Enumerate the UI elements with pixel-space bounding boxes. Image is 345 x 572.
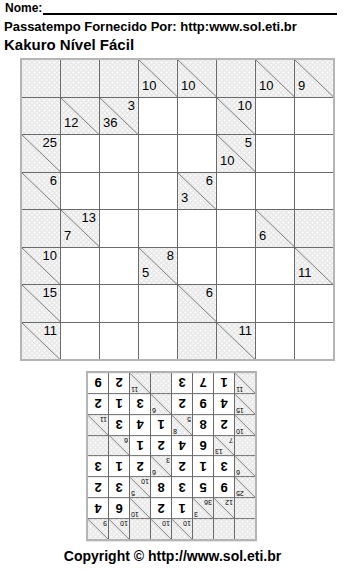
solution-digit: 4 <box>88 498 108 518</box>
clue-cell-r6c8: 11 <box>295 248 333 285</box>
provider-line: Passatempo Fornecido Por: http:www.sol.e… <box>4 19 297 34</box>
down-clue: 10 <box>142 79 156 92</box>
block-cell-r1c1 <box>22 60 60 97</box>
across-clue: 25 <box>236 490 244 497</box>
solution-digit: 7 <box>193 373 213 393</box>
across-clue: 10 <box>131 511 139 518</box>
down-clue: 10 <box>259 79 273 92</box>
across-clue: 11 <box>236 386 243 393</box>
across-clue: 5 <box>245 136 252 149</box>
entry-cell-r3c5[interactable] <box>178 135 216 172</box>
entry-cell-r4c4[interactable] <box>139 173 177 210</box>
across-clue: 6 <box>206 174 213 187</box>
across-clue: 10 <box>43 249 57 262</box>
clue-cell-r2c6: 10 <box>217 98 255 135</box>
entry-cell-r3c7: 3 <box>109 477 129 497</box>
entry-cell-r3c7[interactable] <box>256 135 294 172</box>
clue-cell-r6c1: 10 <box>235 415 255 435</box>
clue-cell-r2c2: 12 <box>214 498 234 518</box>
solution-digit: 1 <box>151 415 171 435</box>
down-clue: 6 <box>259 229 266 242</box>
block-cell-r1c3 <box>193 519 213 539</box>
entry-cell-r7c6[interactable] <box>217 285 255 322</box>
entry-cell-r8c7[interactable] <box>256 323 294 360</box>
across-clue: 6 <box>206 286 213 299</box>
block-cell-r2c1 <box>235 498 255 518</box>
clue-cell-r1c4: 10 <box>172 519 192 539</box>
entry-cell-r7c3[interactable] <box>100 285 138 322</box>
across-clue: 3 <box>194 511 198 518</box>
page-title: Kakuro Nível Fácil <box>4 36 134 53</box>
entry-cell-r3c4: 3 <box>172 477 192 497</box>
across-clue: 8 <box>167 249 174 262</box>
block-cell-r8c5 <box>151 373 171 393</box>
clue-cell-r4c5: 63 <box>178 173 216 210</box>
down-clue: 3 <box>166 458 170 465</box>
clue-cell-r5c2: 137 <box>214 436 234 456</box>
entry-cell-r2c7: 6 <box>109 498 129 518</box>
solution-digit: 2 <box>151 436 171 456</box>
entry-cell-r6c7[interactable] <box>256 248 294 285</box>
entry-cell-r4c2: 3 <box>214 457 234 477</box>
entry-cell-r8c8: 9 <box>88 373 108 393</box>
down-clue: 11 <box>100 416 107 423</box>
entry-cell-r3c2: 9 <box>214 477 234 497</box>
entry-cell-r4c3[interactable] <box>100 173 138 210</box>
clue-cell-r3c6: 510 <box>217 135 255 172</box>
solution-digit: 1 <box>109 394 129 414</box>
solution-digit: 3 <box>109 477 129 497</box>
down-clue: 7 <box>64 229 71 242</box>
down-clue: 9 <box>298 79 305 92</box>
entry-cell-r4c7: 1 <box>109 457 129 477</box>
down-clue: 5 <box>142 266 149 279</box>
down-clue: 6 <box>124 437 128 444</box>
entry-cell-r5c5: 2 <box>151 436 171 456</box>
entry-cell-r2c7[interactable] <box>256 98 294 135</box>
entry-cell-r5c3: 6 <box>193 436 213 456</box>
solution-digit: 6 <box>193 436 213 456</box>
solution-digit: 2 <box>172 457 192 477</box>
solution-digit: 1 <box>193 457 213 477</box>
entry-cell-r6c3[interactable] <box>100 248 138 285</box>
clue-cell-r5c7: 6 <box>256 210 294 247</box>
entry-cell-r7c3: 9 <box>193 394 213 414</box>
solution-digit: 5 <box>193 477 213 497</box>
block-cell-r1c6 <box>217 60 255 97</box>
solution-board: 1010109123361210642595385103263126321313… <box>86 371 257 541</box>
solution-digit: 3 <box>88 457 108 477</box>
entry-cell-r7c2: 4 <box>214 394 234 414</box>
clue-cell-r1c4: 10 <box>139 60 177 97</box>
clue-cell-r8c6: 11 <box>130 373 150 393</box>
down-clue: 10 <box>183 520 191 527</box>
solution-digit: 1 <box>214 373 234 393</box>
entry-cell-r5c6: 1 <box>130 436 150 456</box>
entry-cell-r7c4[interactable] <box>139 285 177 322</box>
across-clue: 15 <box>236 407 244 414</box>
block-cell-r1c3 <box>100 60 138 97</box>
block-cell-r1c2 <box>214 519 234 539</box>
clue-cell-r6c1: 10 <box>22 248 60 285</box>
block-cell-r8c5 <box>178 323 216 360</box>
entry-cell-r8c4: 3 <box>172 373 192 393</box>
solution-digit: 2 <box>214 415 234 435</box>
entry-cell-r2c4: 1 <box>172 498 192 518</box>
entry-cell-r7c8: 2 <box>88 394 108 414</box>
solution-digit: 8 <box>193 415 213 435</box>
across-clue: 6 <box>152 407 156 414</box>
entry-cell-r7c7: 1 <box>109 394 129 414</box>
clue-cell-r2c3: 336 <box>193 498 213 518</box>
solution-digit: 9 <box>214 477 234 497</box>
name-line: Nome: <box>5 2 337 15</box>
clue-cell-r8c1: 11 <box>22 323 60 360</box>
solution-digit: 1 <box>172 498 192 518</box>
solution-digit: 2 <box>130 457 150 477</box>
clue-cell-r2c3: 336 <box>100 98 138 135</box>
clue-cell-r4c5: 63 <box>151 457 171 477</box>
clue-cell-r5c2: 137 <box>61 210 99 247</box>
down-clue: 3 <box>181 191 188 204</box>
entry-cell-r4c6[interactable] <box>217 173 255 210</box>
entry-cell-r2c4[interactable] <box>139 98 177 135</box>
block-cell-r1c2 <box>61 60 99 97</box>
down-clue: 10 <box>141 478 149 485</box>
entry-cell-r6c5[interactable] <box>178 248 216 285</box>
entry-cell-r2c5: 2 <box>151 498 171 518</box>
clue-cell-r8c6: 11 <box>217 323 255 360</box>
entry-cell-r5c6[interactable] <box>217 210 255 247</box>
across-clue: 10 <box>238 99 252 112</box>
clue-cell-r3c1: 25 <box>22 135 60 172</box>
entry-cell-r4c7[interactable] <box>256 173 294 210</box>
down-clue: 10 <box>120 520 128 527</box>
block-cell-r5c8 <box>295 210 333 247</box>
entry-cell-r8c2: 1 <box>214 373 234 393</box>
entry-cell-r3c3[interactable] <box>100 135 138 172</box>
across-clue: 5 <box>131 490 135 497</box>
solution-digit: 3 <box>172 373 192 393</box>
solution-digit: 6 <box>109 498 129 518</box>
entry-cell-r6c5: 1 <box>151 415 171 435</box>
entry-cell-r2c5[interactable] <box>178 98 216 135</box>
clue-cell-r7c1: 15 <box>235 394 255 414</box>
across-clue: 15 <box>43 286 57 299</box>
clue-cell-r1c5: 10 <box>178 60 216 97</box>
clue-cell-r1c8: 9 <box>88 519 108 539</box>
entry-cell-r6c3: 8 <box>193 415 213 435</box>
entry-cell-r3c3: 5 <box>193 477 213 497</box>
clue-cell-r2c2: 12 <box>61 98 99 135</box>
across-clue: 8 <box>173 428 177 435</box>
entry-cell-r7c6: 3 <box>130 394 150 414</box>
entry-cell-r7c7[interactable] <box>256 285 294 322</box>
entry-cell-r2c8[interactable] <box>295 98 333 135</box>
solution-digit: 2 <box>88 394 108 414</box>
solution-digit: 3 <box>214 457 234 477</box>
entry-cell-r6c7: 3 <box>109 415 129 435</box>
across-clue: 6 <box>152 469 156 476</box>
down-clue: 10 <box>181 79 195 92</box>
entry-cell-r4c6: 2 <box>130 457 150 477</box>
block-cell-r5c1 <box>22 210 60 247</box>
down-clue: 10 <box>220 154 234 167</box>
block-cell-r5c1 <box>235 436 255 456</box>
entry-cell-r3c8[interactable] <box>295 135 333 172</box>
entry-cell-r5c5[interactable] <box>178 210 216 247</box>
entry-cell-r4c4: 2 <box>172 457 192 477</box>
clue-cell-r6c4: 85 <box>139 248 177 285</box>
down-clue: 5 <box>187 416 191 423</box>
clue-cell-r2c6: 10 <box>130 498 150 518</box>
solution-digit: 4 <box>214 394 234 414</box>
clue-cell-r3c1: 25 <box>235 477 255 497</box>
across-clue: 10 <box>236 428 244 435</box>
clue-cell-r8c1: 11 <box>235 373 255 393</box>
entry-cell-r7c4: 2 <box>172 394 192 414</box>
solution-digit: 1 <box>130 436 150 456</box>
across-clue: 3 <box>128 99 135 112</box>
across-clue: 13 <box>215 449 223 456</box>
block-cell-r2c1 <box>22 98 60 135</box>
entry-cell-r3c8: 2 <box>88 477 108 497</box>
name-underline <box>43 13 337 15</box>
clue-cell-r1c5: 10 <box>151 519 171 539</box>
solution-digit: 9 <box>193 394 213 414</box>
entry-cell-r6c2: 2 <box>214 415 234 435</box>
across-clue: 11 <box>44 324 58 337</box>
entry-cell-r8c3: 7 <box>193 373 213 393</box>
down-clue: 9 <box>103 520 107 527</box>
across-clue: 11 <box>239 324 253 337</box>
solution-digit: 4 <box>130 415 150 435</box>
solution-digit: 4 <box>172 436 192 456</box>
clue-cell-r4c1: 6 <box>22 173 60 210</box>
solution-digit: 2 <box>151 498 171 518</box>
entry-cell-r4c3: 1 <box>193 457 213 477</box>
down-clue: 36 <box>103 116 117 129</box>
copyright-text: Copyright © http://www.sol.eti.br <box>0 548 345 564</box>
clue-cell-r1c8: 9 <box>295 60 333 97</box>
solution-digit: 2 <box>172 394 192 414</box>
solution-digit: 3 <box>109 415 129 435</box>
entry-cell-r7c2[interactable] <box>61 285 99 322</box>
entry-cell-r5c3[interactable] <box>100 210 138 247</box>
entry-cell-r4c8[interactable] <box>295 173 333 210</box>
solution-digit: 8 <box>151 477 171 497</box>
block-cell-r5c8 <box>88 436 108 456</box>
solution-digit: 9 <box>88 373 108 393</box>
solution-digit: 1 <box>109 457 129 477</box>
entry-cell-r4c2[interactable] <box>61 173 99 210</box>
clue-cell-r5c7: 6 <box>109 436 129 456</box>
entry-cell-r3c4[interactable] <box>139 135 177 172</box>
puzzle-board: 101010912336102551066313761085111561111 <box>20 58 335 361</box>
down-clue: 10 <box>162 520 170 527</box>
name-label: Nome: <box>5 2 42 15</box>
across-clue: 6 <box>236 469 240 476</box>
entry-cell-r8c8[interactable] <box>295 323 333 360</box>
down-clue: 11 <box>298 266 312 279</box>
entry-cell-r4c8: 3 <box>88 457 108 477</box>
across-clue: 25 <box>43 136 57 149</box>
clue-cell-r4c1: 6 <box>235 457 255 477</box>
entry-cell-r8c4[interactable] <box>139 323 177 360</box>
clue-cell-r1c7: 10 <box>109 519 129 539</box>
clue-cell-r7c5: 6 <box>151 394 171 414</box>
entry-cell-r3c5: 8 <box>151 477 171 497</box>
entry-cell-r8c7: 2 <box>109 373 129 393</box>
solution-digit: 2 <box>88 477 108 497</box>
entry-cell-r8c3[interactable] <box>100 323 138 360</box>
across-clue: 6 <box>50 174 57 187</box>
down-clue: 12 <box>225 499 233 506</box>
entry-cell-r6c6: 4 <box>130 415 150 435</box>
entry-cell-r8c2[interactable] <box>61 323 99 360</box>
block-cell-r1c1 <box>235 519 255 539</box>
entry-cell-r7c8[interactable] <box>295 285 333 322</box>
entry-cell-r6c2[interactable] <box>61 248 99 285</box>
clue-cell-r6c4: 85 <box>172 415 192 435</box>
clue-cell-r3c6: 510 <box>130 477 150 497</box>
down-clue: 7 <box>229 437 233 444</box>
entry-cell-r2c8: 4 <box>88 498 108 518</box>
block-cell-r1c6 <box>130 519 150 539</box>
across-clue: 13 <box>82 211 96 224</box>
across-clue: 11 <box>131 386 138 393</box>
clue-cell-r7c1: 15 <box>22 285 60 322</box>
solution-digit: 3 <box>130 394 150 414</box>
clue-cell-r6c8: 11 <box>88 415 108 435</box>
entry-cell-r6c6[interactable] <box>217 248 255 285</box>
entry-cell-r3c2[interactable] <box>61 135 99 172</box>
clue-cell-r7c5: 6 <box>178 285 216 322</box>
entry-cell-r5c4[interactable] <box>139 210 177 247</box>
down-clue: 12 <box>64 116 78 129</box>
solution-digit: 3 <box>172 477 192 497</box>
entry-cell-r5c4: 4 <box>172 436 192 456</box>
solution-digit: 2 <box>109 373 129 393</box>
clue-cell-r1c7: 10 <box>256 60 294 97</box>
down-clue: 36 <box>204 499 212 506</box>
